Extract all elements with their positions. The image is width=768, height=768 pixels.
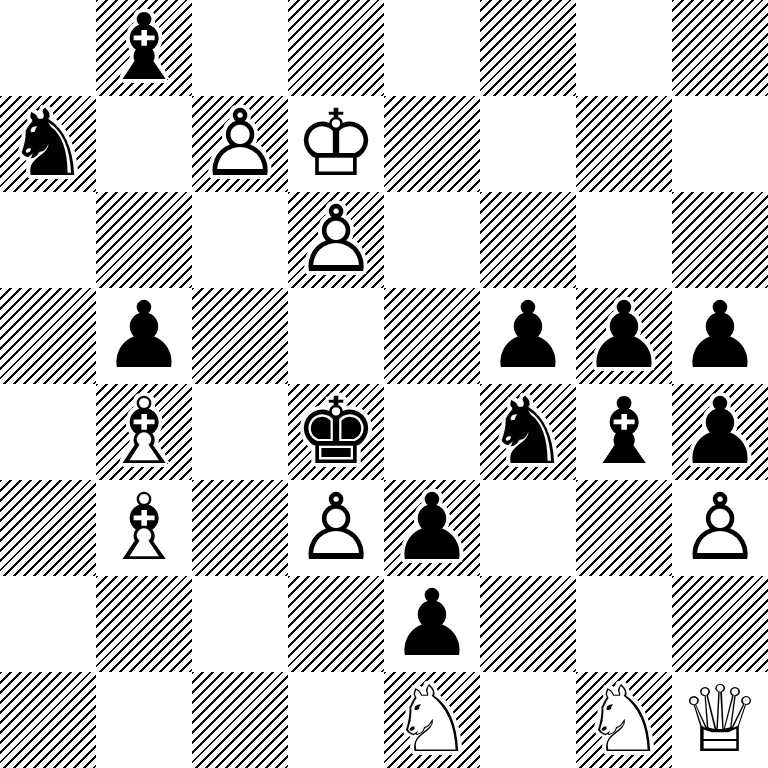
- square-f8[interactable]: [480, 0, 576, 96]
- piece-halo: ♝: [96, 384, 192, 480]
- piece-black-pawn: ♟: [384, 480, 480, 576]
- square-d5[interactable]: [288, 288, 384, 384]
- piece-white-bishop: ♗: [96, 384, 192, 480]
- square-f1[interactable]: [480, 672, 576, 768]
- square-g8[interactable]: [576, 0, 672, 96]
- piece-black-king: ♚: [288, 384, 384, 480]
- square-c3[interactable]: [192, 480, 288, 576]
- square-g6[interactable]: [576, 192, 672, 288]
- square-a4[interactable]: [0, 384, 96, 480]
- square-e7[interactable]: [384, 96, 480, 192]
- piece-black-bishop: ♝: [576, 384, 672, 480]
- square-a7[interactable]: ♞♞: [0, 96, 96, 192]
- square-f4[interactable]: ♞♞: [480, 384, 576, 480]
- square-b2[interactable]: [96, 576, 192, 672]
- square-a1[interactable]: [0, 672, 96, 768]
- piece-halo: ♟: [288, 480, 384, 576]
- square-c6[interactable]: [192, 192, 288, 288]
- square-e8[interactable]: [384, 0, 480, 96]
- piece-halo: ♟: [672, 480, 768, 576]
- piece-halo: ♟: [576, 288, 672, 384]
- square-a8[interactable]: [0, 0, 96, 96]
- square-h5[interactable]: ♟♟: [672, 288, 768, 384]
- square-d8[interactable]: [288, 0, 384, 96]
- square-b7[interactable]: [96, 96, 192, 192]
- square-h4[interactable]: ♟♟: [672, 384, 768, 480]
- square-d3[interactable]: ♟♙: [288, 480, 384, 576]
- square-e4[interactable]: [384, 384, 480, 480]
- square-a3[interactable]: [0, 480, 96, 576]
- piece-black-knight: ♞: [480, 384, 576, 480]
- piece-white-pawn: ♙: [192, 96, 288, 192]
- piece-white-knight: ♘: [384, 672, 480, 768]
- square-c2[interactable]: [192, 576, 288, 672]
- piece-white-queen: ♕: [672, 672, 768, 768]
- piece-halo: ♟: [672, 288, 768, 384]
- square-b5[interactable]: ♟♟: [96, 288, 192, 384]
- square-c5[interactable]: [192, 288, 288, 384]
- square-e2[interactable]: ♟♟: [384, 576, 480, 672]
- square-f5[interactable]: ♟♟: [480, 288, 576, 384]
- piece-white-bishop: ♗: [96, 480, 192, 576]
- square-f2[interactable]: [480, 576, 576, 672]
- square-a2[interactable]: [0, 576, 96, 672]
- piece-white-pawn: ♙: [288, 480, 384, 576]
- square-h7[interactable]: [672, 96, 768, 192]
- square-d1[interactable]: [288, 672, 384, 768]
- square-e5[interactable]: [384, 288, 480, 384]
- square-h8[interactable]: [672, 0, 768, 96]
- square-f3[interactable]: [480, 480, 576, 576]
- square-g2[interactable]: [576, 576, 672, 672]
- square-b1[interactable]: [96, 672, 192, 768]
- square-h1[interactable]: ♛♕: [672, 672, 768, 768]
- chess-board: ♝♝♞♞♟♙♚♔♟♙♟♟♟♟♟♟♟♟♝♗♚♚♞♞♝♝♟♟♝♗♟♙♟♟♟♙♟♟♞♘…: [0, 0, 768, 768]
- square-g5[interactable]: ♟♟: [576, 288, 672, 384]
- square-e1[interactable]: ♞♘: [384, 672, 480, 768]
- piece-halo: ♞: [576, 672, 672, 768]
- square-g7[interactable]: [576, 96, 672, 192]
- square-h2[interactable]: [672, 576, 768, 672]
- square-e3[interactable]: ♟♟: [384, 480, 480, 576]
- piece-white-knight: ♘: [576, 672, 672, 768]
- square-e6[interactable]: [384, 192, 480, 288]
- piece-halo: ♝: [96, 480, 192, 576]
- square-h3[interactable]: ♟♙: [672, 480, 768, 576]
- piece-halo: ♚: [288, 384, 384, 480]
- piece-halo: ♟: [672, 384, 768, 480]
- square-c4[interactable]: [192, 384, 288, 480]
- piece-halo: ♞: [0, 96, 96, 192]
- piece-white-pawn: ♙: [288, 192, 384, 288]
- square-d4[interactable]: ♚♚: [288, 384, 384, 480]
- piece-white-pawn: ♙: [672, 480, 768, 576]
- square-d2[interactable]: [288, 576, 384, 672]
- square-g1[interactable]: ♞♘: [576, 672, 672, 768]
- piece-halo: ♟: [384, 576, 480, 672]
- piece-halo: ♝: [96, 0, 192, 96]
- piece-black-pawn: ♟: [672, 288, 768, 384]
- piece-halo: ♛: [672, 672, 768, 768]
- square-a5[interactable]: [0, 288, 96, 384]
- square-c8[interactable]: [192, 0, 288, 96]
- square-f6[interactable]: [480, 192, 576, 288]
- piece-black-pawn: ♟: [384, 576, 480, 672]
- square-c1[interactable]: [192, 672, 288, 768]
- piece-black-pawn: ♟: [96, 288, 192, 384]
- piece-halo: ♚: [288, 96, 384, 192]
- piece-black-bishop: ♝: [96, 0, 192, 96]
- square-d7[interactable]: ♚♔: [288, 96, 384, 192]
- square-a6[interactable]: [0, 192, 96, 288]
- square-d6[interactable]: ♟♙: [288, 192, 384, 288]
- piece-halo: ♟: [384, 480, 480, 576]
- piece-black-knight: ♞: [0, 96, 96, 192]
- piece-black-pawn: ♟: [672, 384, 768, 480]
- square-b4[interactable]: ♝♗: [96, 384, 192, 480]
- piece-halo: ♟: [96, 288, 192, 384]
- square-b8[interactable]: ♝♝: [96, 0, 192, 96]
- square-g3[interactable]: [576, 480, 672, 576]
- piece-halo: ♞: [384, 672, 480, 768]
- square-b6[interactable]: [96, 192, 192, 288]
- piece-halo: ♟: [288, 192, 384, 288]
- square-c7[interactable]: ♟♙: [192, 96, 288, 192]
- piece-halo: ♞: [480, 384, 576, 480]
- square-f7[interactable]: [480, 96, 576, 192]
- piece-halo: ♝: [576, 384, 672, 480]
- piece-halo: ♟: [480, 288, 576, 384]
- square-h6[interactable]: [672, 192, 768, 288]
- piece-halo: ♟: [192, 96, 288, 192]
- piece-black-pawn: ♟: [576, 288, 672, 384]
- piece-black-pawn: ♟: [480, 288, 576, 384]
- square-g4[interactable]: ♝♝: [576, 384, 672, 480]
- square-b3[interactable]: ♝♗: [96, 480, 192, 576]
- piece-white-king: ♔: [288, 96, 384, 192]
